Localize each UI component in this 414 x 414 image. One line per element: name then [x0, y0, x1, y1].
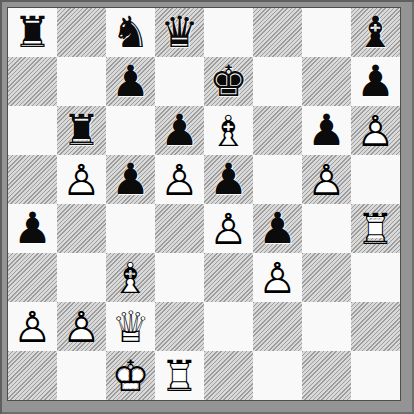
black-rook-icon: ♜	[57, 106, 106, 155]
square-f4[interactable]: ♟	[253, 204, 302, 253]
white-pawn-outline: ♙	[13, 305, 52, 348]
white-pawn-icon: ♟♙	[253, 253, 302, 302]
white-pawn-icon: ♟♙	[204, 204, 253, 253]
square-a6[interactable]	[8, 106, 57, 155]
square-e2[interactable]	[204, 302, 253, 351]
square-f7[interactable]	[253, 57, 302, 106]
square-g8[interactable]	[302, 8, 351, 57]
square-b2[interactable]: ♟♙	[57, 302, 106, 351]
square-b4[interactable]	[57, 204, 106, 253]
white-pawn-icon: ♟♙	[155, 155, 204, 204]
square-b8[interactable]	[57, 8, 106, 57]
square-a4[interactable]: ♟	[8, 204, 57, 253]
square-e4[interactable]: ♟♙	[204, 204, 253, 253]
square-a1[interactable]	[8, 351, 57, 400]
white-bishop-icon: ♝♗	[106, 253, 155, 302]
square-h4[interactable]: ♜♖	[351, 204, 400, 253]
square-e5[interactable]: ♟	[204, 155, 253, 204]
square-f8[interactable]	[253, 8, 302, 57]
chess-board: ♜♞♛♝♟♚♟♜♟♝♗♟♟♙♟♙♟♟♙♟♟♙♟♟♙♟♜♖♝♗♟♙♟♙♟♙♛♕♚♔…	[8, 8, 400, 400]
square-h1[interactable]	[351, 351, 400, 400]
black-rook-icon: ♜	[8, 8, 57, 57]
black-pawn-icon: ♟	[351, 57, 400, 106]
square-e7[interactable]: ♚	[204, 57, 253, 106]
square-c5[interactable]: ♟	[106, 155, 155, 204]
square-a3[interactable]	[8, 253, 57, 302]
black-pawn-icon: ♟	[8, 204, 57, 253]
white-pawn-outline: ♙	[258, 256, 297, 299]
square-g5[interactable]: ♟♙	[302, 155, 351, 204]
black-pawn-icon: ♟	[204, 155, 253, 204]
square-h3[interactable]	[351, 253, 400, 302]
white-rook-outline: ♖	[160, 354, 199, 397]
black-bishop-icon: ♝	[351, 8, 400, 57]
square-h7[interactable]: ♟	[351, 57, 400, 106]
black-king-icon: ♚	[204, 57, 253, 106]
white-pawn-outline: ♙	[356, 109, 395, 152]
square-b3[interactable]	[57, 253, 106, 302]
black-queen-icon: ♛	[155, 8, 204, 57]
white-queen-outline: ♕	[111, 305, 150, 348]
square-f2[interactable]	[253, 302, 302, 351]
square-f5[interactable]	[253, 155, 302, 204]
square-f6[interactable]	[253, 106, 302, 155]
square-b7[interactable]	[57, 57, 106, 106]
square-g1[interactable]	[302, 351, 351, 400]
square-e8[interactable]	[204, 8, 253, 57]
white-rook-icon: ♜♖	[155, 351, 204, 400]
square-d1[interactable]: ♜♖	[155, 351, 204, 400]
square-b5[interactable]: ♟♙	[57, 155, 106, 204]
square-e6[interactable]: ♝♗	[204, 106, 253, 155]
square-g2[interactable]	[302, 302, 351, 351]
black-pawn-icon: ♟	[106, 155, 155, 204]
square-g3[interactable]	[302, 253, 351, 302]
white-pawn-outline: ♙	[307, 158, 346, 201]
square-a8[interactable]: ♜	[8, 8, 57, 57]
black-pawn-icon: ♟	[302, 106, 351, 155]
square-b6[interactable]: ♜	[57, 106, 106, 155]
white-bishop-outline: ♗	[209, 109, 248, 152]
square-g7[interactable]	[302, 57, 351, 106]
square-g4[interactable]	[302, 204, 351, 253]
square-c7[interactable]: ♟	[106, 57, 155, 106]
square-e1[interactable]	[204, 351, 253, 400]
square-g6[interactable]: ♟	[302, 106, 351, 155]
square-d8[interactable]: ♛	[155, 8, 204, 57]
white-pawn-icon: ♟♙	[8, 302, 57, 351]
white-king-outline: ♔	[111, 354, 150, 397]
white-bishop-outline: ♗	[111, 256, 150, 299]
black-pawn-icon: ♟	[155, 106, 204, 155]
white-pawn-icon: ♟♙	[351, 106, 400, 155]
white-king-icon: ♚♔	[106, 351, 155, 400]
square-d3[interactable]	[155, 253, 204, 302]
square-a7[interactable]	[8, 57, 57, 106]
square-d4[interactable]	[155, 204, 204, 253]
square-c8[interactable]: ♞	[106, 8, 155, 57]
square-c2[interactable]: ♛♕	[106, 302, 155, 351]
square-c1[interactable]: ♚♔	[106, 351, 155, 400]
chess-diagram: ♜♞♛♝♟♚♟♜♟♝♗♟♟♙♟♙♟♟♙♟♟♙♟♟♙♟♜♖♝♗♟♙♟♙♟♙♛♕♚♔…	[0, 0, 414, 414]
square-a2[interactable]: ♟♙	[8, 302, 57, 351]
square-e3[interactable]	[204, 253, 253, 302]
white-rook-icon: ♜♖	[351, 204, 400, 253]
white-bishop-icon: ♝♗	[204, 106, 253, 155]
black-pawn-icon: ♟	[253, 204, 302, 253]
white-queen-icon: ♛♕	[106, 302, 155, 351]
square-d2[interactable]	[155, 302, 204, 351]
white-pawn-outline: ♙	[62, 158, 101, 201]
square-c6[interactable]	[106, 106, 155, 155]
white-pawn-outline: ♙	[209, 207, 248, 250]
square-h8[interactable]: ♝	[351, 8, 400, 57]
white-pawn-outline: ♙	[160, 158, 199, 201]
black-pawn-icon: ♟	[106, 57, 155, 106]
square-f3[interactable]: ♟♙	[253, 253, 302, 302]
white-pawn-icon: ♟♙	[57, 302, 106, 351]
square-a5[interactable]	[8, 155, 57, 204]
square-f1[interactable]	[253, 351, 302, 400]
square-d7[interactable]	[155, 57, 204, 106]
square-h5[interactable]	[351, 155, 400, 204]
square-h6[interactable]: ♟♙	[351, 106, 400, 155]
white-pawn-icon: ♟♙	[57, 155, 106, 204]
square-b1[interactable]	[57, 351, 106, 400]
white-pawn-icon: ♟♙	[302, 155, 351, 204]
white-pawn-outline: ♙	[62, 305, 101, 348]
white-rook-outline: ♖	[356, 207, 395, 250]
square-d6[interactable]: ♟	[155, 106, 204, 155]
square-c4[interactable]	[106, 204, 155, 253]
square-d5[interactable]: ♟♙	[155, 155, 204, 204]
square-h2[interactable]	[351, 302, 400, 351]
square-c3[interactable]: ♝♗	[106, 253, 155, 302]
black-knight-icon: ♞	[106, 8, 155, 57]
